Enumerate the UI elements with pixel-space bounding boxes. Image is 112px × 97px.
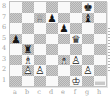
white-king-fill: ♚ (70, 76, 82, 87)
square-e6[interactable]: ♟ (58, 23, 70, 34)
square-a2[interactable] (10, 65, 22, 76)
black-rook: ♜ (22, 44, 34, 55)
square-h1[interactable] (94, 76, 106, 87)
square-h2[interactable] (94, 65, 106, 76)
chess-board[interactable]: ♚♛♕♟♝♟♟♛♜♝♗♝♗♟♙♟♙♟♙♟♙♚♔ (9, 1, 107, 87)
square-h8[interactable] (94, 2, 106, 13)
square-h5[interactable] (94, 34, 106, 45)
rank-label-5: 5 (0, 33, 8, 44)
square-b3[interactable]: ♝♗ (22, 55, 34, 66)
square-g2[interactable]: ♟♙ (82, 65, 94, 76)
rank-label-4: 4 (0, 43, 8, 54)
rank-label-6: 6 (0, 22, 8, 33)
square-g3[interactable] (82, 55, 94, 66)
white-queen-fill: ♛ (34, 13, 46, 24)
square-b4[interactable]: ♜ (22, 44, 34, 55)
white-king: ♔ (70, 76, 82, 87)
square-f1[interactable]: ♚♔ (70, 76, 82, 87)
square-a4[interactable] (10, 44, 22, 55)
white-pawn-fill: ♟ (22, 65, 34, 76)
square-e4[interactable] (58, 44, 70, 55)
rank-label-8: 8 (0, 1, 8, 12)
h1-marker-bar (95, 81, 105, 85)
rank-label-1: 1 (0, 75, 8, 86)
square-a8[interactable] (10, 2, 22, 13)
square-c8[interactable] (34, 2, 46, 13)
white-bishop: ♗ (22, 55, 34, 66)
square-d8[interactable] (46, 2, 58, 13)
square-c4[interactable] (34, 44, 46, 55)
square-e1[interactable] (58, 76, 70, 87)
watermark-microtext (108, 28, 110, 72)
square-a5[interactable]: ♟ (10, 34, 22, 45)
square-d4[interactable] (46, 44, 58, 55)
square-e7[interactable] (58, 13, 70, 24)
square-f4[interactable] (70, 44, 82, 55)
square-f7[interactable] (70, 13, 82, 24)
file-label-g: g (81, 88, 93, 96)
square-g6[interactable] (82, 23, 94, 34)
black-pawn: ♟ (58, 23, 70, 34)
square-f6[interactable] (70, 23, 82, 34)
white-pawn: ♙ (34, 65, 46, 76)
white-pawn-fill: ♟ (70, 55, 82, 66)
rank-label-2: 2 (0, 64, 8, 75)
rank-label-3: 3 (0, 54, 8, 65)
black-pawn: ♟ (46, 13, 58, 24)
chess-diagram: 87654321 ♚♛♕♟♝♟♟♛♜♝♗♝♗♟♙♟♙♟♙♟♙♚♔ abcdefg… (0, 0, 112, 97)
square-b2[interactable]: ♟♙ (22, 65, 34, 76)
square-d1[interactable] (46, 76, 58, 87)
square-c7[interactable]: ♛♕ (34, 13, 46, 24)
square-b6[interactable] (22, 23, 34, 34)
square-h7[interactable] (94, 13, 106, 24)
square-e2[interactable] (58, 65, 70, 76)
white-bishop: ♗ (58, 55, 70, 66)
square-c3[interactable] (34, 55, 46, 66)
white-pawn: ♙ (22, 65, 34, 76)
square-f2[interactable] (70, 65, 82, 76)
file-label-b: b (21, 88, 33, 96)
square-c2[interactable]: ♟♙ (34, 65, 46, 76)
file-label-h: h (93, 88, 105, 96)
square-b1[interactable] (22, 76, 34, 87)
square-f5[interactable]: ♛ (70, 34, 82, 45)
square-f3[interactable]: ♟♙ (70, 55, 82, 66)
square-a6[interactable] (10, 23, 22, 34)
square-c5[interactable] (34, 34, 46, 45)
square-b5[interactable] (22, 34, 34, 45)
square-a3[interactable] (10, 55, 22, 66)
square-a7[interactable] (10, 13, 22, 24)
square-e8[interactable] (58, 2, 70, 13)
square-c1[interactable] (34, 76, 46, 87)
square-e5[interactable] (58, 34, 70, 45)
square-f8[interactable] (70, 2, 82, 13)
file-label-a: a (9, 88, 21, 96)
square-h4[interactable] (94, 44, 106, 55)
white-pawn-fill: ♟ (82, 65, 94, 76)
white-bishop-fill: ♝ (22, 55, 34, 66)
file-label-d: d (45, 88, 57, 96)
square-d6[interactable] (46, 23, 58, 34)
file-labels: abcdefgh (9, 88, 105, 96)
square-d7[interactable]: ♟ (46, 13, 58, 24)
square-a1[interactable] (10, 76, 22, 87)
white-queen: ♕ (34, 13, 46, 24)
black-bishop: ♝ (82, 13, 94, 24)
white-bishop-fill: ♝ (58, 55, 70, 66)
square-b8[interactable] (22, 2, 34, 13)
white-pawn-fill: ♟ (34, 65, 46, 76)
square-d5[interactable] (46, 34, 58, 45)
black-queen: ♛ (70, 34, 82, 45)
square-g4[interactable] (82, 44, 94, 55)
file-label-f: f (69, 88, 81, 96)
square-h6[interactable] (94, 23, 106, 34)
square-g8[interactable]: ♚ (82, 2, 94, 13)
square-g1[interactable] (82, 76, 94, 87)
square-g5[interactable] (82, 34, 94, 45)
white-pawn: ♙ (70, 55, 82, 66)
white-pawn: ♙ (82, 65, 94, 76)
square-g7[interactable]: ♝ (82, 13, 94, 24)
file-label-c: c (33, 88, 45, 96)
rank-labels: 87654321 (0, 1, 8, 85)
square-d2[interactable] (46, 65, 58, 76)
file-label-e: e (57, 88, 69, 96)
square-c6[interactable] (34, 23, 46, 34)
black-pawn: ♟ (10, 34, 22, 45)
rank-label-7: 7 (0, 12, 8, 23)
square-d3[interactable] (46, 55, 58, 66)
square-e3[interactable]: ♝♗ (58, 55, 70, 66)
black-king: ♚ (82, 2, 94, 13)
square-b7[interactable] (22, 13, 34, 24)
square-h3[interactable] (94, 55, 106, 66)
